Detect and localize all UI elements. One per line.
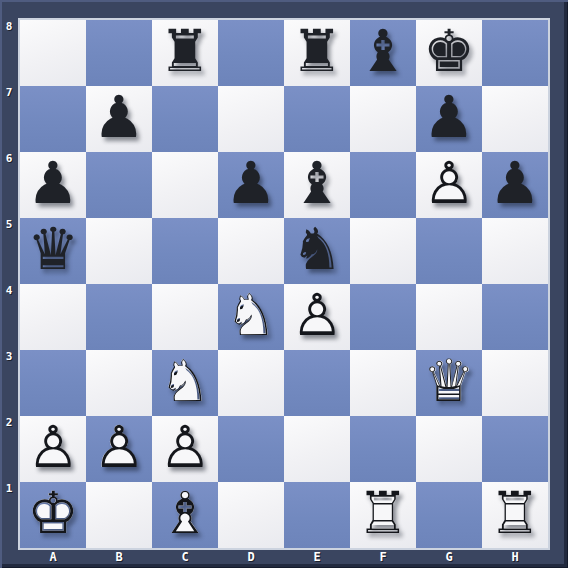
black-rook-piece[interactable]: ♜	[152, 20, 218, 86]
square-a7[interactable]	[20, 86, 86, 152]
square-e1[interactable]	[284, 482, 350, 548]
rank-label-5: 5	[0, 218, 18, 284]
white-queen-piece[interactable]: ♛♕	[416, 350, 482, 416]
square-g2[interactable]	[416, 416, 482, 482]
square-d3[interactable]	[218, 350, 284, 416]
white-pawn-piece[interactable]: ♟︎♙︎	[284, 284, 350, 350]
white-rook-piece[interactable]: ♜♖	[350, 482, 416, 548]
square-h5[interactable]	[482, 218, 548, 284]
square-a8[interactable]	[20, 20, 86, 86]
black-pawn-piece[interactable]: ♟︎	[482, 152, 548, 218]
white-queen-glyph-outline: ♕	[416, 350, 482, 416]
black-pawn-glyph-fill: ♟︎	[482, 152, 548, 218]
square-d1[interactable]	[218, 482, 284, 548]
rank-label-7: 7	[0, 86, 18, 152]
square-c3[interactable]: ♞♘	[152, 350, 218, 416]
white-pawn-glyph-outline: ♙︎	[86, 416, 152, 482]
square-a2[interactable]: ♟︎♙︎	[20, 416, 86, 482]
black-queen-glyph-fill: ♛	[20, 218, 86, 284]
black-pawn-glyph-fill: ♟︎	[218, 152, 284, 218]
square-g1[interactable]	[416, 482, 482, 548]
black-pawn-piece[interactable]: ♟︎	[416, 86, 482, 152]
square-b3[interactable]	[86, 350, 152, 416]
square-d4[interactable]: ♞♘	[218, 284, 284, 350]
square-b8[interactable]	[86, 20, 152, 86]
square-c2[interactable]: ♟︎♙︎	[152, 416, 218, 482]
file-labels: ABCDEFGH	[20, 550, 548, 565]
black-rook-glyph-fill: ♜	[152, 20, 218, 86]
white-bishop-glyph-outline: ♗	[152, 482, 218, 548]
black-pawn-glyph-fill: ♟︎	[416, 86, 482, 152]
square-b5[interactable]	[86, 218, 152, 284]
square-g7[interactable]: ♟︎	[416, 86, 482, 152]
square-e7[interactable]	[284, 86, 350, 152]
square-f5[interactable]	[350, 218, 416, 284]
square-c4[interactable]	[152, 284, 218, 350]
white-pawn-piece[interactable]: ♟︎♙︎	[20, 416, 86, 482]
square-d2[interactable]	[218, 416, 284, 482]
square-f2[interactable]	[350, 416, 416, 482]
square-g6[interactable]: ♟︎♙︎	[416, 152, 482, 218]
white-knight-glyph-outline: ♘	[218, 284, 284, 350]
square-g5[interactable]	[416, 218, 482, 284]
black-bishop-piece[interactable]: ♝	[284, 152, 350, 218]
rank-label-8: 8	[0, 20, 18, 86]
white-pawn-glyph-outline: ♙︎	[416, 152, 482, 218]
black-bishop-glyph-fill: ♝	[284, 152, 350, 218]
square-b7[interactable]: ♟︎	[86, 86, 152, 152]
white-pawn-piece[interactable]: ♟︎♙︎	[86, 416, 152, 482]
white-rook-glyph-outline: ♖	[350, 482, 416, 548]
white-king-piece[interactable]: ♚♔	[20, 482, 86, 548]
white-knight-piece[interactable]: ♞♘	[152, 350, 218, 416]
square-g8[interactable]: ♚	[416, 20, 482, 86]
white-bishop-piece[interactable]: ♝♗	[152, 482, 218, 548]
square-d8[interactable]	[218, 20, 284, 86]
white-pawn-glyph-outline: ♙︎	[20, 416, 86, 482]
black-rook-piece[interactable]: ♜	[284, 20, 350, 86]
square-b2[interactable]: ♟︎♙︎	[86, 416, 152, 482]
square-f3[interactable]	[350, 350, 416, 416]
black-pawn-glyph-fill: ♟︎	[86, 86, 152, 152]
square-b6[interactable]	[86, 152, 152, 218]
square-f7[interactable]	[350, 86, 416, 152]
square-e8[interactable]: ♜	[284, 20, 350, 86]
square-h2[interactable]	[482, 416, 548, 482]
square-e3[interactable]	[284, 350, 350, 416]
square-f8[interactable]: ♝	[350, 20, 416, 86]
black-knight-piece[interactable]: ♞	[284, 218, 350, 284]
white-knight-glyph-outline: ♘	[152, 350, 218, 416]
board-grid: ♜♜♝♚♟︎♟︎♟︎♟︎♝♟︎♙︎♟︎♛♞♞♘♟︎♙︎♞♘♛♕♟︎♙︎♟︎♙︎♟…	[20, 20, 548, 548]
rank-labels: 87654321	[0, 20, 18, 548]
square-h6[interactable]: ♟︎	[482, 152, 548, 218]
file-label-e: E	[284, 550, 350, 565]
white-knight-piece[interactable]: ♞♘	[218, 284, 284, 350]
square-h8[interactable]	[482, 20, 548, 86]
rank-label-4: 4	[0, 284, 18, 350]
rank-label-6: 6	[0, 152, 18, 218]
white-rook-glyph-outline: ♖	[482, 482, 548, 548]
rank-label-2: 2	[0, 416, 18, 482]
file-label-g: G	[416, 550, 482, 565]
square-f1[interactable]: ♜♖	[350, 482, 416, 548]
file-label-a: A	[20, 550, 86, 565]
black-king-glyph-fill: ♚	[416, 20, 482, 86]
square-c5[interactable]	[152, 218, 218, 284]
square-f4[interactable]	[350, 284, 416, 350]
square-a1[interactable]: ♚♔	[20, 482, 86, 548]
square-a4[interactable]	[20, 284, 86, 350]
square-e4[interactable]: ♟︎♙︎	[284, 284, 350, 350]
white-pawn-glyph-outline: ♙︎	[284, 284, 350, 350]
white-pawn-piece[interactable]: ♟︎♙︎	[152, 416, 218, 482]
square-f6[interactable]	[350, 152, 416, 218]
square-d5[interactable]	[218, 218, 284, 284]
square-g4[interactable]	[416, 284, 482, 350]
square-a3[interactable]	[20, 350, 86, 416]
file-label-c: C	[152, 550, 218, 565]
square-e2[interactable]	[284, 416, 350, 482]
square-a5[interactable]: ♛	[20, 218, 86, 284]
white-king-glyph-outline: ♔	[20, 482, 86, 548]
chess-board-frame: 87654321 ♜♜♝♚♟︎♟︎♟︎♟︎♝♟︎♙︎♟︎♛♞♞♘♟︎♙︎♞♘♛♕…	[0, 0, 568, 568]
square-h1[interactable]: ♜♖	[482, 482, 548, 548]
square-h7[interactable]	[482, 86, 548, 152]
square-e6[interactable]: ♝	[284, 152, 350, 218]
black-pawn-piece[interactable]: ♟︎	[20, 152, 86, 218]
rank-label-1: 1	[0, 482, 18, 548]
square-c7[interactable]	[152, 86, 218, 152]
black-queen-piece[interactable]: ♛	[20, 218, 86, 284]
white-pawn-piece[interactable]: ♟︎♙︎	[416, 152, 482, 218]
file-label-f: F	[350, 550, 416, 565]
black-pawn-piece[interactable]: ♟︎	[218, 152, 284, 218]
square-h3[interactable]	[482, 350, 548, 416]
file-label-d: D	[218, 550, 284, 565]
square-d7[interactable]	[218, 86, 284, 152]
square-b4[interactable]	[86, 284, 152, 350]
rank-label-3: 3	[0, 350, 18, 416]
square-e5[interactable]: ♞	[284, 218, 350, 284]
file-label-b: B	[86, 550, 152, 565]
white-rook-piece[interactable]: ♜♖	[482, 482, 548, 548]
black-king-piece[interactable]: ♚	[416, 20, 482, 86]
square-c1[interactable]: ♝♗	[152, 482, 218, 548]
square-h4[interactable]	[482, 284, 548, 350]
square-g3[interactable]: ♛♕	[416, 350, 482, 416]
white-pawn-glyph-outline: ♙︎	[152, 416, 218, 482]
black-pawn-glyph-fill: ♟︎	[20, 152, 86, 218]
square-b1[interactable]	[86, 482, 152, 548]
black-knight-glyph-fill: ♞	[284, 218, 350, 284]
black-bishop-glyph-fill: ♝	[350, 20, 416, 86]
black-pawn-piece[interactable]: ♟︎	[86, 86, 152, 152]
square-d6[interactable]: ♟︎	[218, 152, 284, 218]
square-a6[interactable]: ♟︎	[20, 152, 86, 218]
chess-board: ♜♜♝♚♟︎♟︎♟︎♟︎♝♟︎♙︎♟︎♛♞♞♘♟︎♙︎♞♘♛♕♟︎♙︎♟︎♙︎♟…	[18, 18, 550, 550]
square-c6[interactable]	[152, 152, 218, 218]
square-c8[interactable]: ♜	[152, 20, 218, 86]
black-rook-glyph-fill: ♜	[284, 20, 350, 86]
file-label-h: H	[482, 550, 548, 565]
black-bishop-piece[interactable]: ♝	[350, 20, 416, 86]
